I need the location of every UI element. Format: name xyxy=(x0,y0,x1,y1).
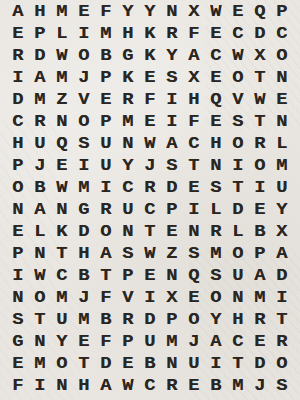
word-search-page: AHMEFYYNXWEQPEPLIMHKRFECDCRDWOBGKYACWXOI… xyxy=(0,0,300,400)
grid-cell[interactable]: I xyxy=(269,287,295,309)
grid-cell[interactable]: D xyxy=(269,265,295,287)
grid-cell[interactable]: C xyxy=(269,23,295,45)
grid-cell[interactable]: T xyxy=(269,309,295,331)
grid-cell[interactable]: E xyxy=(269,89,295,111)
grid-cell[interactable]: O xyxy=(269,353,295,375)
grid-cell[interactable]: O xyxy=(269,45,295,67)
grid-cell[interactable]: N xyxy=(269,111,295,133)
grid-cell[interactable]: A xyxy=(269,243,295,265)
grid-cell[interactable]: L xyxy=(269,133,295,155)
grid-cell[interactable]: X xyxy=(269,221,295,243)
grid-cell[interactable]: Y xyxy=(269,199,295,221)
grid-cell[interactable]: U xyxy=(269,177,295,199)
grid-cell[interactable]: N xyxy=(269,67,295,89)
grid-cell[interactable]: S xyxy=(269,375,295,397)
word-search-grid: AHMEFYYNXWEQPEPLIMHKRFECDCRDWOBGKYACWXOI… xyxy=(0,0,300,400)
grid-cell[interactable]: M xyxy=(269,155,295,177)
grid-cell[interactable]: R xyxy=(269,331,295,353)
grid-cell[interactable]: P xyxy=(269,1,295,23)
